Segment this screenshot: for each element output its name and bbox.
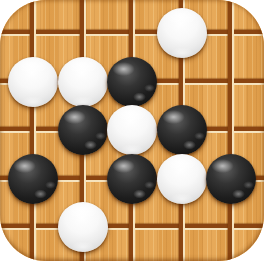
white-stone[interactable]: ○ [58,57,108,107]
white-stone[interactable]: ○ [157,8,207,58]
black-stone[interactable]: ● [107,57,157,107]
black-stone[interactable]: ● [8,154,58,204]
black-stone[interactable]: ● [206,154,256,204]
white-stone[interactable]: ○ [107,105,157,155]
black-stone[interactable]: ● [107,154,157,204]
app-icon[interactable]: ○○○●●○●●●○●○ [0,0,264,261]
go-board[interactable]: ○○○●●○●●●○●○ [0,0,264,261]
white-stone[interactable]: ○ [8,57,58,107]
white-stone[interactable]: ○ [58,202,108,252]
black-stone[interactable]: ● [157,105,207,155]
grid-line-vertical-4 [228,0,234,261]
white-stone[interactable]: ○ [157,154,207,204]
grid-line-vertical-0 [30,0,36,261]
black-stone[interactable]: ● [58,105,108,155]
